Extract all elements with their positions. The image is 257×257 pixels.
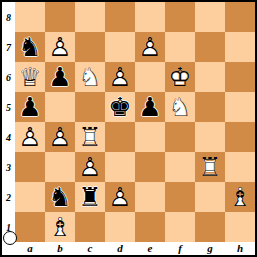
piece-outline-layer: ♕ [15, 62, 45, 92]
square-e5[interactable]: ♟ [135, 92, 165, 122]
rank-label-4: 4 [2, 122, 15, 152]
square-g8[interactable] [195, 2, 225, 32]
square-h8[interactable] [225, 2, 255, 32]
piece-outline-layer: ♘ [165, 92, 195, 122]
rank-label-5: 5 [2, 92, 15, 122]
file-label-c: c [75, 242, 105, 255]
piece-white-knight-c6[interactable]: ♞♘ [75, 62, 105, 92]
square-b7[interactable]: ♟♙ [45, 32, 75, 62]
square-f2[interactable] [165, 182, 195, 212]
square-e8[interactable] [135, 2, 165, 32]
square-e4[interactable] [135, 122, 165, 152]
piece-outline-layer: ♙ [15, 122, 45, 152]
square-b6[interactable]: ♟ [45, 62, 75, 92]
piece-outline-layer: ♗ [225, 182, 255, 212]
piece-white-king-f6[interactable]: ♚♔ [165, 62, 195, 92]
piece-outline-layer: ♗ [45, 212, 75, 242]
square-b4[interactable]: ♟♙ [45, 122, 75, 152]
square-h2[interactable]: ♝♗ [225, 182, 255, 212]
square-f4[interactable] [165, 122, 195, 152]
square-d3[interactable] [105, 152, 135, 182]
square-d5[interactable]: ♚ [105, 92, 135, 122]
piece-outline-layer: ♙ [135, 32, 165, 62]
square-g5[interactable] [195, 92, 225, 122]
rank-label-7: 7 [2, 32, 15, 62]
piece-white-queen-a6[interactable]: ♛♕ [15, 62, 45, 92]
square-c1[interactable] [75, 212, 105, 242]
square-e2[interactable] [135, 182, 165, 212]
square-h1[interactable] [225, 212, 255, 242]
piece-black-knight-a7[interactable]: ♞ [15, 32, 45, 62]
board: ♞♟♙♟♙♛♕♟♞♘♟♙♚♔♟♚♟♞♘♟♙♟♙♜♖♟♙♜♖♞♜♟♙♝♗♝♗ [15, 2, 255, 242]
chess-diagram: 87654321 ♞♟♙♟♙♛♕♟♞♘♟♙♚♔♟♚♟♞♘♟♙♟♙♜♖♟♙♜♖♞♜… [0, 0, 257, 257]
square-d8[interactable] [105, 2, 135, 32]
piece-white-pawn-d6[interactable]: ♟♙ [105, 62, 135, 92]
piece-white-pawn-c3[interactable]: ♟♙ [75, 152, 105, 182]
file-label-g: g [195, 242, 225, 255]
square-f3[interactable] [165, 152, 195, 182]
square-b5[interactable] [45, 92, 75, 122]
piece-outline-layer: ♙ [105, 62, 135, 92]
piece-white-pawn-b7[interactable]: ♟♙ [45, 32, 75, 62]
piece-white-pawn-d2[interactable]: ♟♙ [105, 182, 135, 212]
square-c8[interactable] [75, 2, 105, 32]
square-d2[interactable]: ♟♙ [105, 182, 135, 212]
piece-black-pawn-e5[interactable]: ♟ [135, 92, 165, 122]
square-d6[interactable]: ♟♙ [105, 62, 135, 92]
white-to-move-indicator [3, 231, 17, 245]
square-h3[interactable] [225, 152, 255, 182]
file-label-h: h [225, 242, 255, 255]
piece-outline-layer: ♖ [75, 122, 105, 152]
square-c7[interactable] [75, 32, 105, 62]
piece-white-knight-f5[interactable]: ♞♘ [165, 92, 195, 122]
square-c2[interactable]: ♜ [75, 182, 105, 212]
square-g4[interactable] [195, 122, 225, 152]
rank-label-2: 2 [2, 182, 15, 212]
square-a1[interactable] [15, 212, 45, 242]
square-e7[interactable]: ♟♙ [135, 32, 165, 62]
file-label-a: a [15, 242, 45, 255]
file-label-e: e [135, 242, 165, 255]
square-a4[interactable]: ♟♙ [15, 122, 45, 152]
square-d1[interactable] [105, 212, 135, 242]
file-label-f: f [165, 242, 195, 255]
file-labels: abcdefgh [15, 242, 255, 255]
square-h4[interactable] [225, 122, 255, 152]
square-d7[interactable] [105, 32, 135, 62]
square-b2[interactable]: ♞ [45, 182, 75, 212]
square-b8[interactable] [45, 2, 75, 32]
square-c5[interactable] [75, 92, 105, 122]
piece-black-king-d5[interactable]: ♚ [105, 92, 135, 122]
piece-black-knight-b2[interactable]: ♞ [45, 182, 75, 212]
square-e3[interactable] [135, 152, 165, 182]
piece-outline-layer: ♙ [75, 152, 105, 182]
piece-white-bishop-h2[interactable]: ♝♗ [225, 182, 255, 212]
square-a8[interactable] [15, 2, 45, 32]
piece-white-rook-c4[interactable]: ♜♖ [75, 122, 105, 152]
piece-outline-layer: ♙ [105, 182, 135, 212]
square-b3[interactable] [45, 152, 75, 182]
square-e1[interactable] [135, 212, 165, 242]
square-a7[interactable]: ♞ [15, 32, 45, 62]
square-f1[interactable] [165, 212, 195, 242]
piece-white-rook-g3[interactable]: ♜♖ [195, 152, 225, 182]
piece-white-pawn-e7[interactable]: ♟♙ [135, 32, 165, 62]
rank-label-8: 8 [2, 2, 15, 32]
piece-outline-layer: ♙ [45, 32, 75, 62]
piece-outline-layer: ♔ [165, 62, 195, 92]
square-f8[interactable] [165, 2, 195, 32]
square-h7[interactable] [225, 32, 255, 62]
square-h6[interactable] [225, 62, 255, 92]
piece-black-pawn-a5[interactable]: ♟ [15, 92, 45, 122]
square-c4[interactable]: ♜♖ [75, 122, 105, 152]
square-h5[interactable] [225, 92, 255, 122]
square-b1[interactable]: ♝♗ [45, 212, 75, 242]
square-a5[interactable]: ♟ [15, 92, 45, 122]
square-a2[interactable] [15, 182, 45, 212]
square-a3[interactable] [15, 152, 45, 182]
square-c3[interactable]: ♟♙ [75, 152, 105, 182]
square-d4[interactable] [105, 122, 135, 152]
square-c6[interactable]: ♞♘ [75, 62, 105, 92]
square-a6[interactable]: ♛♕ [15, 62, 45, 92]
piece-outline-layer: ♙ [45, 122, 75, 152]
square-f7[interactable] [165, 32, 195, 62]
square-g7[interactable] [195, 32, 225, 62]
piece-outline-layer: ♖ [195, 152, 225, 182]
rank-label-6: 6 [2, 62, 15, 92]
piece-black-rook-c2[interactable]: ♜ [75, 182, 105, 212]
square-g6[interactable] [195, 62, 225, 92]
file-label-d: d [105, 242, 135, 255]
piece-black-pawn-b6[interactable]: ♟ [45, 62, 75, 92]
square-e6[interactable] [135, 62, 165, 92]
piece-outline-layer: ♘ [75, 62, 105, 92]
square-g1[interactable] [195, 212, 225, 242]
piece-white-bishop-b1[interactable]: ♝♗ [45, 212, 75, 242]
rank-labels: 87654321 [2, 2, 15, 242]
piece-white-pawn-b4[interactable]: ♟♙ [45, 122, 75, 152]
file-label-b: b [45, 242, 75, 255]
square-g3[interactable]: ♜♖ [195, 152, 225, 182]
square-g2[interactable] [195, 182, 225, 212]
square-f5[interactable]: ♞♘ [165, 92, 195, 122]
piece-white-pawn-a4[interactable]: ♟♙ [15, 122, 45, 152]
square-f6[interactable]: ♚♔ [165, 62, 195, 92]
rank-label-3: 3 [2, 152, 15, 182]
